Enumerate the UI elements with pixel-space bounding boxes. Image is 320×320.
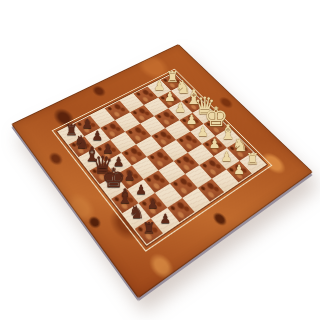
board-inner-border bbox=[52, 69, 273, 252]
board-grid bbox=[57, 72, 267, 246]
scene bbox=[0, 0, 320, 320]
photo-background: ♜♞♝♛♚♝♞♜♟♟♟♟♟♟♟♟♟♟♟♟♟♟♟♟♜♞♝♛♚♝♞♜ bbox=[0, 0, 320, 320]
chess-board bbox=[11, 44, 313, 298]
board-tilt bbox=[0, 0, 320, 320]
board-frame bbox=[11, 44, 313, 298]
board-shadow bbox=[0, 0, 320, 320]
